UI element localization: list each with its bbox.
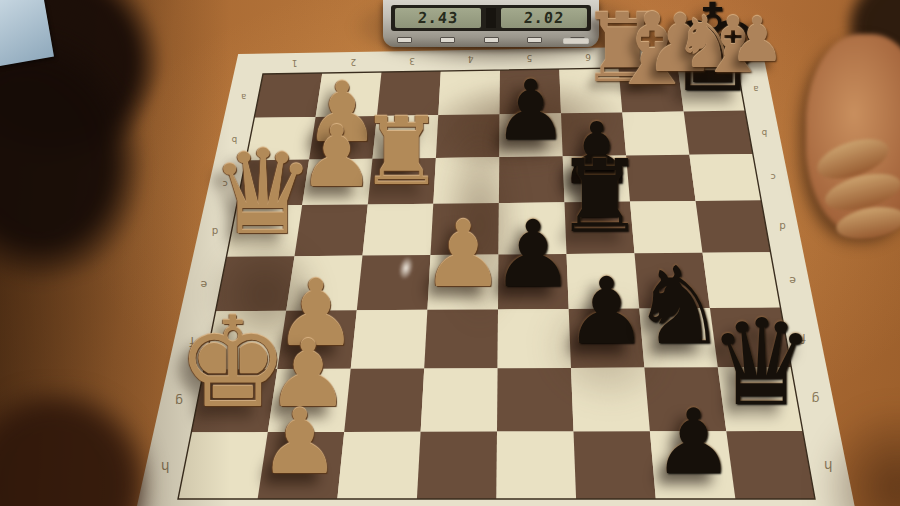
square-h6 — [574, 431, 656, 499]
square-d3 — [363, 204, 434, 256]
square-f7 — [639, 308, 718, 367]
file-label-right-d: d — [779, 221, 785, 232]
square-b5 — [499, 113, 562, 157]
square-h3 — [337, 432, 420, 499]
square-e8 — [703, 252, 781, 308]
rank-label-top-8: 8 — [702, 50, 708, 60]
square-e7 — [635, 253, 710, 309]
square-a3 — [377, 71, 441, 116]
square-g5 — [497, 368, 574, 432]
square-c4 — [433, 157, 499, 204]
square-d6 — [565, 202, 635, 254]
square-b1 — [246, 117, 316, 160]
square-c1 — [237, 160, 309, 206]
square-c3 — [368, 158, 436, 205]
file-label-left-e: e — [200, 278, 207, 291]
rank-label-top-4: 4 — [468, 54, 474, 64]
square-g6 — [571, 368, 650, 432]
file-label-right-g: g — [812, 392, 820, 407]
square-e1 — [216, 256, 295, 311]
square-d5 — [499, 202, 567, 254]
square-d7 — [630, 201, 703, 253]
square-h8 — [726, 431, 815, 499]
square-g7 — [644, 367, 726, 431]
square-f5 — [498, 309, 571, 368]
chess-board: 12345678abcdefghabcdefgh — [0, 0, 900, 506]
square-e4 — [427, 255, 498, 310]
clock-brand-label — [563, 38, 589, 44]
square-g3 — [344, 369, 424, 433]
square-a5 — [500, 69, 561, 114]
square-e5 — [498, 254, 569, 310]
clock-left-display: 2.43 — [395, 8, 481, 28]
rank-label-top-2: 2 — [350, 57, 356, 67]
square-e6 — [567, 253, 640, 309]
square-h5 — [497, 432, 577, 500]
square-f1 — [204, 311, 286, 370]
file-label-left-a: a — [241, 92, 246, 102]
square-d2 — [295, 204, 368, 256]
file-label-left-d: d — [212, 226, 218, 237]
square-b2 — [309, 116, 377, 160]
square-c8 — [689, 154, 761, 201]
file-label-right-b: b — [761, 128, 767, 138]
square-c7 — [626, 155, 696, 202]
square-a4 — [438, 70, 500, 115]
square-g1 — [191, 369, 277, 432]
rank-label-top-3: 3 — [409, 56, 415, 66]
rank-label-top-7: 7 — [644, 51, 650, 61]
square-b4 — [436, 114, 500, 158]
square-e2 — [286, 256, 362, 311]
clock-buttons — [397, 37, 585, 43]
clock-right-display: 2.02 — [501, 8, 587, 28]
square-b3 — [373, 115, 439, 159]
square-a7 — [619, 67, 684, 112]
square-e3 — [357, 255, 431, 310]
square-h7 — [650, 431, 736, 499]
clock-face: 2.43 2.02 — [391, 5, 591, 31]
rank-label-top-5: 5 — [527, 53, 533, 63]
clock-left-time: 2.43 — [417, 9, 459, 27]
rank-label-top-1: 1 — [292, 58, 298, 68]
square-a1 — [254, 73, 322, 118]
square-a6 — [559, 68, 622, 113]
square-c5 — [499, 156, 565, 203]
square-f2 — [277, 310, 357, 369]
file-label-right-h: h — [824, 458, 833, 474]
file-label-right-c: c — [770, 172, 775, 183]
square-f4 — [424, 309, 498, 368]
clock-display-divider — [486, 8, 496, 28]
square-g4 — [421, 368, 498, 432]
chess-clock: 2.43 2.02 — [383, 0, 599, 47]
scene: 12345678abcdefghabcdefgh ♚♟♟♜♟♟♞♛♟♛♚♟♟♜♟… — [0, 0, 900, 506]
square-d1 — [226, 205, 302, 257]
square-a8 — [678, 66, 745, 112]
square-b7 — [622, 112, 689, 156]
square-a2 — [316, 72, 382, 117]
square-h4 — [417, 432, 497, 499]
square-f6 — [569, 309, 645, 368]
file-label-left-g: g — [175, 394, 183, 409]
square-b6 — [561, 112, 626, 156]
square-c6 — [563, 156, 630, 203]
square-g8 — [718, 367, 803, 431]
square-d8 — [696, 200, 771, 253]
square-g2 — [268, 369, 351, 432]
square-d4 — [431, 203, 499, 255]
file-label-left-b: b — [231, 135, 237, 145]
square-c2 — [302, 159, 372, 205]
square-f8 — [710, 308, 791, 368]
file-label-right-a: a — [753, 84, 758, 94]
rank-label-top-6: 6 — [585, 52, 591, 62]
square-h2 — [258, 432, 345, 499]
clock-right-time: 2.02 — [523, 9, 565, 27]
file-label-left-c: c — [223, 179, 228, 190]
square-f3 — [351, 310, 428, 369]
square-h1 — [178, 432, 268, 499]
file-label-right-e: e — [789, 274, 796, 287]
square-b8 — [684, 111, 753, 155]
file-label-left-h: h — [161, 459, 170, 475]
